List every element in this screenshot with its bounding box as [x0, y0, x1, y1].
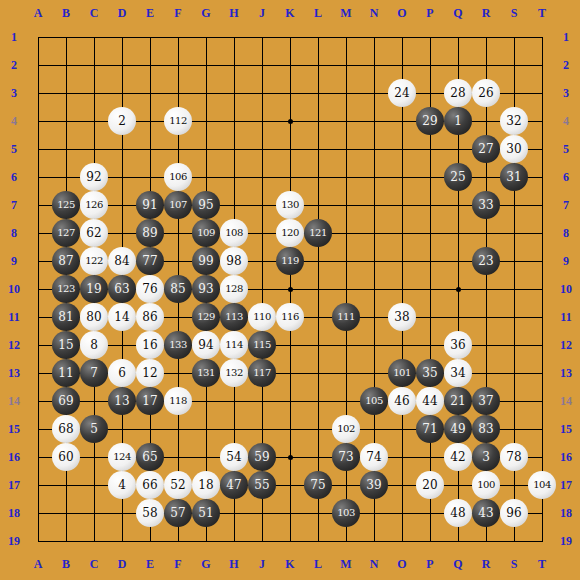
stone-white-C7[interactable]: 126 [80, 191, 108, 219]
stone-white-P17[interactable]: 20 [416, 471, 444, 499]
coordinate-label: N [360, 6, 388, 22]
stone-black-G18[interactable]: 51 [192, 499, 220, 527]
coordinate-label: 19 [553, 527, 579, 555]
stone-black-J16[interactable]: 59 [248, 443, 276, 471]
stone-black-B14[interactable]: 69 [52, 387, 80, 415]
stone-black-C15[interactable]: 5 [80, 415, 108, 443]
stone-black-E14[interactable]: 17 [136, 387, 164, 415]
coordinate-label: C [80, 6, 108, 22]
coordinate-label: 2 [553, 51, 579, 79]
stone-white-E13[interactable]: 12 [136, 359, 164, 387]
coordinate-label: E [136, 6, 164, 22]
stone-black-M11[interactable]: 111 [332, 303, 360, 331]
coordinate-label: 6 [553, 163, 579, 191]
stone-white-K11[interactable]: 116 [276, 303, 304, 331]
coordinate-label: N [360, 557, 388, 573]
coordinate-label: M [332, 6, 360, 22]
coordinate-label: A [24, 557, 52, 573]
stone-white-R3[interactable]: 26 [472, 79, 500, 107]
stone-white-C6[interactable]: 92 [80, 163, 108, 191]
stone-black-Q4[interactable]: 1 [444, 107, 472, 135]
stone-black-E16[interactable]: 65 [136, 443, 164, 471]
coordinate-label: 14 [553, 387, 579, 415]
stone-white-E12[interactable]: 16 [136, 331, 164, 359]
stone-white-G12[interactable]: 94 [192, 331, 220, 359]
stones-grid[interactable]: 1234567811121314151617181920212324252627… [24, 23, 556, 555]
stone-black-E8[interactable]: 89 [136, 219, 164, 247]
stone-black-H11[interactable]: 113 [220, 303, 248, 331]
coordinate-label: 17 [553, 471, 579, 499]
coordinate-label: O [388, 6, 416, 22]
coordinate-label: T [528, 6, 556, 22]
stone-white-O14[interactable]: 46 [388, 387, 416, 415]
stone-black-Q15[interactable]: 49 [444, 415, 472, 443]
column-labels-bottom: ABCDEFGHJKLMNOPQRST [24, 557, 556, 573]
stone-white-H16[interactable]: 54 [220, 443, 248, 471]
coordinate-label: 10 [553, 275, 579, 303]
stone-black-R9[interactable]: 23 [472, 247, 500, 275]
stone-white-C8[interactable]: 62 [80, 219, 108, 247]
coordinate-label: 1 [553, 23, 579, 51]
stone-black-F7[interactable]: 107 [164, 191, 192, 219]
stone-white-B15[interactable]: 68 [52, 415, 80, 443]
coordinate-label: 9 [553, 247, 579, 275]
column-labels-top: ABCDEFGHJKLMNOPQRST [24, 6, 556, 22]
stone-white-G17[interactable]: 18 [192, 471, 220, 499]
coordinate-label: L [304, 6, 332, 22]
stone-black-B12[interactable]: 15 [52, 331, 80, 359]
coordinate-label: F [164, 557, 192, 573]
stone-white-D11[interactable]: 14 [108, 303, 136, 331]
coordinate-label: L [304, 557, 332, 573]
stone-black-F12[interactable]: 133 [164, 331, 192, 359]
stone-black-M18[interactable]: 103 [332, 499, 360, 527]
go-board-diagram: ABCDEFGHJKLMNOPQRST ABCDEFGHJKLMNOPQRST … [0, 0, 580, 580]
stone-black-H17[interactable]: 47 [220, 471, 248, 499]
coordinate-label: P [416, 557, 444, 573]
coordinate-label: 7 [553, 191, 579, 219]
coordinate-label: J [248, 6, 276, 22]
coordinate-label: 3 [553, 79, 579, 107]
coordinate-label: H [220, 557, 248, 573]
coordinate-label: C [80, 557, 108, 573]
stone-white-F17[interactable]: 52 [164, 471, 192, 499]
stone-black-E7[interactable]: 91 [136, 191, 164, 219]
stone-black-F10[interactable]: 85 [164, 275, 192, 303]
stone-black-L17[interactable]: 75 [304, 471, 332, 499]
stone-white-R17[interactable]: 100 [472, 471, 500, 499]
stone-white-D4[interactable]: 2 [108, 107, 136, 135]
stone-black-Q6[interactable]: 25 [444, 163, 472, 191]
coordinate-label: M [332, 557, 360, 573]
coordinate-label: G [192, 557, 220, 573]
coordinate-label: 13 [553, 359, 579, 387]
stone-black-G11[interactable]: 129 [192, 303, 220, 331]
coordinate-label: 12 [553, 331, 579, 359]
coordinate-label: E [136, 557, 164, 573]
stone-white-O3[interactable]: 24 [388, 79, 416, 107]
coordinate-label: K [276, 6, 304, 22]
stone-white-M15[interactable]: 102 [332, 415, 360, 443]
coordinate-label: 15 [553, 415, 579, 443]
stone-white-F14[interactable]: 118 [164, 387, 192, 415]
stone-black-P15[interactable]: 71 [416, 415, 444, 443]
coordinate-label: F [164, 6, 192, 22]
stone-white-D13[interactable]: 6 [108, 359, 136, 387]
coordinate-label: D [108, 6, 136, 22]
stone-black-P13[interactable]: 35 [416, 359, 444, 387]
stone-black-J13[interactable]: 117 [248, 359, 276, 387]
coordinate-label: R [472, 557, 500, 573]
coordinate-label: B [52, 557, 80, 573]
stone-black-S6[interactable]: 31 [500, 163, 528, 191]
stone-white-K8[interactable]: 120 [276, 219, 304, 247]
coordinate-label: G [192, 6, 220, 22]
coordinate-label: 5 [553, 135, 579, 163]
stone-white-Q16[interactable]: 42 [444, 443, 472, 471]
stone-white-S5[interactable]: 30 [500, 135, 528, 163]
stone-black-R15[interactable]: 83 [472, 415, 500, 443]
coordinate-label: J [248, 557, 276, 573]
coordinate-label: S [500, 557, 528, 573]
coordinate-label: 11 [553, 303, 579, 331]
stone-white-K7[interactable]: 130 [276, 191, 304, 219]
stone-white-F4[interactable]: 112 [164, 107, 192, 135]
stone-black-M16[interactable]: 73 [332, 443, 360, 471]
coordinate-label: A [24, 6, 52, 22]
stone-black-B7[interactable]: 125 [52, 191, 80, 219]
coordinate-label: H [220, 6, 248, 22]
coordinate-label: 16 [553, 443, 579, 471]
stone-black-G8[interactable]: 109 [192, 219, 220, 247]
coordinate-label: O [388, 557, 416, 573]
stone-black-G13[interactable]: 131 [192, 359, 220, 387]
stone-white-H9[interactable]: 98 [220, 247, 248, 275]
stone-black-G7[interactable]: 95 [192, 191, 220, 219]
stone-white-H10[interactable]: 128 [220, 275, 248, 303]
stone-black-R18[interactable]: 43 [472, 499, 500, 527]
coordinate-label: Q [444, 557, 472, 573]
stone-black-R16[interactable]: 3 [472, 443, 500, 471]
stone-white-E17[interactable]: 66 [136, 471, 164, 499]
stone-white-Q18[interactable]: 48 [444, 499, 472, 527]
stone-white-Q13[interactable]: 34 [444, 359, 472, 387]
coordinate-label: Q [444, 6, 472, 22]
stone-black-F18[interactable]: 57 [164, 499, 192, 527]
stone-white-S18[interactable]: 96 [500, 499, 528, 527]
coordinate-label: R [472, 6, 500, 22]
stone-white-E11[interactable]: 86 [136, 303, 164, 331]
stone-black-B13[interactable]: 11 [52, 359, 80, 387]
coordinate-label: B [52, 6, 80, 22]
coordinate-label: P [416, 6, 444, 22]
stone-black-B8[interactable]: 127 [52, 219, 80, 247]
stone-white-N16[interactable]: 74 [360, 443, 388, 471]
stone-white-H8[interactable]: 108 [220, 219, 248, 247]
coordinate-label: 8 [553, 219, 579, 247]
stone-black-L8[interactable]: 121 [304, 219, 332, 247]
stone-black-B10[interactable]: 123 [52, 275, 80, 303]
stone-black-K9[interactable]: 119 [276, 247, 304, 275]
stone-white-D17[interactable]: 4 [108, 471, 136, 499]
stone-white-H12[interactable]: 114 [220, 331, 248, 359]
coordinate-label: K [276, 557, 304, 573]
stone-black-D14[interactable]: 13 [108, 387, 136, 415]
stone-white-H13[interactable]: 132 [220, 359, 248, 387]
stone-black-P4[interactable]: 29 [416, 107, 444, 135]
stone-black-R14[interactable]: 37 [472, 387, 500, 415]
stone-black-G10[interactable]: 93 [192, 275, 220, 303]
stone-white-Q12[interactable]: 36 [444, 331, 472, 359]
stone-white-C9[interactable]: 122 [80, 247, 108, 275]
stone-black-E9[interactable]: 77 [136, 247, 164, 275]
stone-white-Q3[interactable]: 28 [444, 79, 472, 107]
stone-black-Q14[interactable]: 21 [444, 387, 472, 415]
stone-black-B11[interactable]: 81 [52, 303, 80, 331]
stone-black-C10[interactable]: 19 [80, 275, 108, 303]
stone-white-F6[interactable]: 106 [164, 163, 192, 191]
stone-black-N14[interactable]: 105 [360, 387, 388, 415]
stone-black-G9[interactable]: 99 [192, 247, 220, 275]
stone-white-T17[interactable]: 104 [528, 471, 556, 499]
stone-black-J17[interactable]: 55 [248, 471, 276, 499]
stone-white-C12[interactable]: 8 [80, 331, 108, 359]
stone-black-J12[interactable]: 115 [248, 331, 276, 359]
coordinate-label: S [500, 6, 528, 22]
stone-white-S4[interactable]: 32 [500, 107, 528, 135]
stone-black-R5[interactable]: 27 [472, 135, 500, 163]
stone-white-D16[interactable]: 124 [108, 443, 136, 471]
stone-white-O11[interactable]: 38 [388, 303, 416, 331]
stone-black-B9[interactable]: 87 [52, 247, 80, 275]
stone-white-P14[interactable]: 44 [416, 387, 444, 415]
stone-white-E10[interactable]: 76 [136, 275, 164, 303]
coordinate-label: 4 [553, 107, 579, 135]
coordinate-label: 18 [553, 499, 579, 527]
coordinate-label: D [108, 557, 136, 573]
stone-white-J11[interactable]: 110 [248, 303, 276, 331]
stone-black-R7[interactable]: 33 [472, 191, 500, 219]
stone-white-D9[interactable]: 84 [108, 247, 136, 275]
coordinate-label: T [528, 557, 556, 573]
stone-white-E18[interactable]: 58 [136, 499, 164, 527]
stone-black-C13[interactable]: 7 [80, 359, 108, 387]
stone-white-B16[interactable]: 60 [52, 443, 80, 471]
stone-black-D10[interactable]: 63 [108, 275, 136, 303]
stone-white-C11[interactable]: 80 [80, 303, 108, 331]
stone-white-S16[interactable]: 78 [500, 443, 528, 471]
stone-black-O13[interactable]: 101 [388, 359, 416, 387]
row-labels-right: 12345678910111213141516171819 [553, 23, 579, 555]
stone-black-N17[interactable]: 39 [360, 471, 388, 499]
